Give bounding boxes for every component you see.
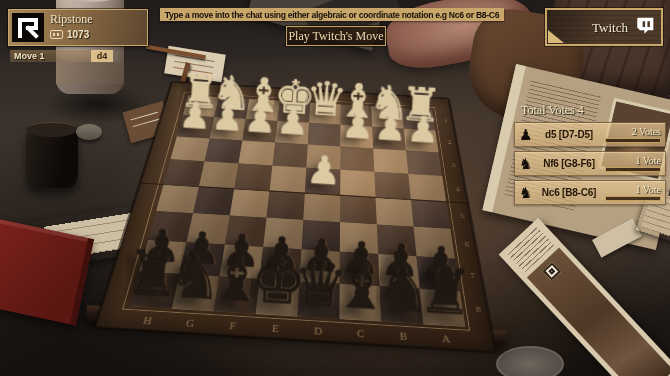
rank-label-8: 8 [473,292,484,328]
vote-piece-icon: ♞ [519,156,535,171]
twitch-icon [631,15,656,40]
square-b5[interactable] [376,197,414,227]
file-label-C: C [339,327,382,341]
square-a8[interactable]: ♜ [420,289,465,327]
vote-result: 1 Vote [603,184,661,201]
square-e6[interactable] [263,218,303,250]
rank-label-7: 7 [467,259,477,292]
file-label-F: F [211,319,255,333]
vote-panel: Total Votes 4 ♟ d5 [D7-D5] 2 Votes ♞ Nf6… [514,103,666,209]
move-indicator-bar: Move 1 d4 [10,50,113,62]
square-h4[interactable] [164,159,205,186]
vote-row: ♟ d5 [D7-D5] 2 Votes [514,122,666,147]
square-f8[interactable]: ♝ [214,276,260,313]
rank-label-1: 1 [442,111,449,132]
square-c1[interactable]: ♝ [341,105,373,127]
square-e5[interactable] [267,191,305,220]
white-rook-a1: ♜ [399,81,443,130]
square-c8[interactable]: ♝ [339,284,381,322]
black-cup [26,126,78,188]
square-d7[interactable]: ♟ [300,249,340,284]
square-e3[interactable] [272,142,307,167]
play-twitchs-move-button[interactable]: Play Twitch's Move [286,26,386,46]
square-c6[interactable] [340,222,378,254]
qr-code [543,262,561,280]
square-d1[interactable]: ♛ [309,103,341,125]
file-label-D: D [296,324,339,338]
rank-label-6: 6 [462,230,472,260]
vote-result: 2 Votes [603,126,661,143]
square-b3[interactable] [373,148,408,173]
vote-result: 1 Vote [603,155,661,172]
file-label-H: H [125,314,170,327]
twitch-panel[interactable]: Twitch [545,8,663,46]
square-f6[interactable] [225,215,267,247]
square-c2[interactable]: ♟ [341,125,374,149]
square-e7[interactable]: ♟ [260,247,302,281]
vote-piece-icon: ♟ [519,127,535,142]
square-b4[interactable] [374,172,410,199]
board-scene: ♜♞♝♚♛♝♞♜♟♟♟♟♟♟♟♟♟♟♟♟♟♟♟♟♜♞♝♚♛♝♞♜ HGFEDCB… [64,8,544,375]
vote-move: Nc6 [B8-C6] [535,187,603,198]
square-b7[interactable]: ♟ [378,254,420,289]
square-g4[interactable] [199,161,238,188]
square-g7[interactable]: ♟ [179,242,224,276]
square-h1[interactable]: ♜ [183,95,219,117]
square-g5[interactable] [193,186,234,215]
square-h3[interactable] [171,136,210,161]
square-c5[interactable] [340,195,377,224]
file-label-A: A [424,332,468,346]
vote-move: Nf6 [G8-F6] [535,158,603,169]
vote-count: 1 Vote [636,184,661,195]
chess-board: ♜♞♝♚♛♝♞♜♟♟♟♟♟♟♟♟♟♟♟♟♟♟♟♟♜♞♝♚♛♝♞♜ HGFEDCB… [95,82,495,352]
square-d4[interactable]: ♟ [305,168,340,195]
vote-row: ♞ Nc6 [B8-C6] 1 Vote [514,180,666,205]
square-g6[interactable] [187,213,230,245]
viewer-row: 1073 [50,29,89,40]
square-f2[interactable]: ♟ [242,119,277,142]
square-g3[interactable] [204,138,242,163]
total-votes-title: Total Votes 4 [521,103,666,118]
vote-row: ♞ Nf6 [G8-F6] 1 Vote [514,151,666,176]
vote-count: 1 Vote [636,155,661,166]
square-c4[interactable] [340,170,375,197]
square-d3[interactable] [306,144,340,169]
square-h7[interactable]: ♟ [139,240,186,274]
square-a7[interactable]: ♟ [417,256,460,291]
square-h5[interactable] [156,184,199,213]
rank-label-5: 5 [458,202,467,230]
ripstone-name: Ripstone [50,12,93,27]
square-d5[interactable] [303,193,340,222]
square-b6[interactable] [377,224,417,256]
square-f1[interactable]: ♝ [246,99,280,121]
square-b2[interactable]: ♟ [372,127,406,151]
ripstone-panel: Ripstone 1073 [8,9,148,46]
square-e2[interactable]: ♟ [275,121,309,145]
file-label-G: G [168,317,213,331]
square-h6[interactable] [148,211,193,242]
square-g8[interactable]: ♞ [172,274,220,311]
square-a6[interactable] [414,227,455,259]
square-h8[interactable]: ♜ [130,272,180,309]
square-h2[interactable]: ♟ [177,115,214,138]
square-f7[interactable]: ♟ [219,245,263,279]
chat-instruction-banner: Type a move into the chat using either a… [160,8,504,21]
square-f4[interactable] [234,164,272,191]
vote-piece-icon: ♞ [519,185,535,200]
viewers-icon [50,30,63,39]
square-b1[interactable]: ♞ [371,106,404,128]
file-label-E: E [253,322,297,336]
square-c7[interactable]: ♟ [340,252,380,287]
move-number: Move 1 [10,50,91,62]
square-e4[interactable] [270,166,307,193]
twitch-label: Twitch [592,20,628,36]
square-d8[interactable]: ♛ [297,281,339,319]
square-a1[interactable]: ♜ [402,108,436,130]
rank-label-4: 4 [453,177,461,203]
rank-label-3: 3 [449,153,457,177]
last-move: d4 [91,50,113,62]
vote-bar [605,167,661,172]
board-grid: ♜♞♝♚♛♝♞♜♟♟♟♟♟♟♟♟♟♟♟♟♟♟♟♟♜♞♝♚♛♝♞♜ [130,95,465,326]
corner-fold [548,30,564,43]
square-a2[interactable]: ♟ [404,129,439,153]
vote-move: d5 [D7-D5] [535,129,603,140]
square-c3[interactable] [340,146,374,171]
square-b8[interactable]: ♞ [380,286,424,324]
square-f5[interactable] [230,188,270,217]
rank-label-2: 2 [446,131,454,153]
square-e1[interactable]: ♚ [277,101,310,123]
square-a4[interactable] [408,174,446,201]
square-d6[interactable] [302,220,341,252]
square-g1[interactable]: ♞ [214,97,249,119]
square-a5[interactable] [411,199,450,229]
square-g2[interactable]: ♟ [210,117,246,140]
square-f3[interactable] [238,140,275,165]
square-a3[interactable] [406,150,442,176]
vote-count: 2 Votes [632,126,661,137]
square-e8[interactable]: ♚ [256,279,300,317]
vote-bar [605,138,661,143]
vote-bar [605,196,661,201]
file-label-B: B [382,329,425,343]
vote-rows: ♟ d5 [D7-D5] 2 Votes ♞ Nf6 [G8-F6] 1 Vot… [514,122,666,205]
game-screen: ♜♞♝♚♛♝♞♜♟♟♟♟♟♟♟♟♟♟♟♟♟♟♟♟♜♞♝♚♛♝♞♜ HGFEDCB… [0,0,670,376]
viewer-count: 1073 [67,29,89,40]
ripstone-logo-icon [12,13,44,42]
square-d2[interactable] [308,123,341,147]
